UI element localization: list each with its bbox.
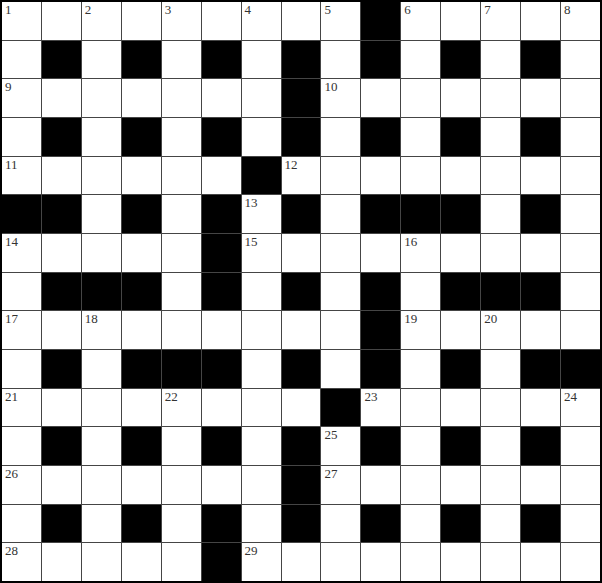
cell-r3-c12[interactable]: [481, 118, 520, 156]
cell-r7-c10[interactable]: [401, 273, 440, 311]
cell-r3-c8[interactable]: [321, 118, 360, 156]
cell-r13-c3: [122, 505, 161, 543]
cell-r14-c10[interactable]: [401, 543, 440, 581]
cell-r14-c7[interactable]: [282, 543, 321, 581]
cell-r11-c9: [361, 427, 400, 465]
cell-r3-c7: [282, 118, 321, 156]
cell-r1-c2[interactable]: [82, 41, 121, 79]
clue-number-14: 14: [5, 235, 18, 250]
clue-number-13: 13: [245, 196, 258, 211]
cell-r13-c12[interactable]: [481, 505, 520, 543]
cell-r14-c5: [202, 543, 241, 581]
cell-r6-c7[interactable]: [282, 234, 321, 272]
cell-r8-c7[interactable]: [282, 311, 321, 349]
clue-number-24: 24: [564, 390, 577, 405]
cell-r14-c13[interactable]: [521, 543, 560, 581]
cell-r10-c9[interactable]: 23: [361, 389, 400, 427]
cell-r4-c12[interactable]: [481, 157, 520, 195]
cell-r2-c13[interactable]: [521, 79, 560, 117]
cell-r5-c5: [202, 195, 241, 233]
cell-r12-c5[interactable]: [202, 466, 241, 504]
cell-r7-c0[interactable]: [2, 273, 41, 311]
cell-r12-c4[interactable]: [162, 466, 201, 504]
cell-r7-c4[interactable]: [162, 273, 201, 311]
cell-r6-c9[interactable]: [361, 234, 400, 272]
clue-number-27: 27: [324, 467, 337, 482]
cell-r6-c8[interactable]: [321, 234, 360, 272]
clue-number-4: 4: [245, 3, 252, 18]
cell-r0-c2[interactable]: 2: [82, 2, 121, 40]
cell-r1-c4[interactable]: [162, 41, 201, 79]
cell-r11-c2[interactable]: [82, 427, 121, 465]
cell-r3-c4[interactable]: [162, 118, 201, 156]
cell-r10-c7[interactable]: [282, 389, 321, 427]
cell-r9-c11: [441, 350, 480, 388]
cell-r10-c12[interactable]: [481, 389, 520, 427]
cell-r12-c3[interactable]: [122, 466, 161, 504]
cell-r11-c7: [282, 427, 321, 465]
cell-r12-c8[interactable]: 27: [321, 466, 360, 504]
cell-r14-c1[interactable]: [42, 543, 81, 581]
clue-number-29: 29: [245, 544, 258, 559]
cell-r9-c4: [162, 350, 201, 388]
cell-r2-c5[interactable]: [202, 79, 241, 117]
cell-r11-c0[interactable]: [2, 427, 41, 465]
cell-r8-c10[interactable]: 19: [401, 311, 440, 349]
cell-r5-c8[interactable]: [321, 195, 360, 233]
cell-r8-c1[interactable]: [42, 311, 81, 349]
cell-r12-c7: [282, 466, 321, 504]
cell-r8-c13[interactable]: [521, 311, 560, 349]
cell-r2-c1[interactable]: [42, 79, 81, 117]
cell-r4-c7[interactable]: 12: [282, 157, 321, 195]
cell-r1-c7: [282, 41, 321, 79]
cell-r14-c2[interactable]: [82, 543, 121, 581]
cell-r13-c13: [521, 505, 560, 543]
cell-r0-c5[interactable]: [202, 2, 241, 40]
cell-r1-c0[interactable]: [2, 41, 41, 79]
cell-r12-c13[interactable]: [521, 466, 560, 504]
clue-number-3: 3: [165, 3, 172, 18]
clue-number-17: 17: [5, 312, 18, 327]
clue-number-9: 9: [5, 80, 12, 95]
clue-number-25: 25: [324, 428, 337, 443]
cell-r9-c14: [561, 350, 600, 388]
cell-r6-c0[interactable]: 14: [2, 234, 41, 272]
cell-r1-c10[interactable]: [401, 41, 440, 79]
cell-r12-c1[interactable]: [42, 466, 81, 504]
clue-number-19: 19: [404, 312, 417, 327]
cell-r12-c0[interactable]: 26: [2, 466, 41, 504]
clue-number-8: 8: [564, 3, 571, 18]
cell-r1-c12[interactable]: [481, 41, 520, 79]
cell-r7-c8[interactable]: [321, 273, 360, 311]
cell-r7-c11: [441, 273, 480, 311]
cell-r10-c4[interactable]: 22: [162, 389, 201, 427]
cell-r13-c11: [441, 505, 480, 543]
cell-r7-c5: [202, 273, 241, 311]
clue-number-11: 11: [5, 158, 18, 173]
cell-r10-c3[interactable]: [122, 389, 161, 427]
cell-r3-c1: [42, 118, 81, 156]
cell-r2-c12[interactable]: [481, 79, 520, 117]
cell-r8-c5[interactable]: [202, 311, 241, 349]
cell-r5-c4[interactable]: [162, 195, 201, 233]
cell-r4-c9[interactable]: [361, 157, 400, 195]
cell-r0-c0[interactable]: 1: [2, 2, 41, 40]
clue-number-6: 6: [404, 3, 411, 18]
cell-r10-c5[interactable]: [202, 389, 241, 427]
cell-r1-c11: [441, 41, 480, 79]
cell-r7-c9: [361, 273, 400, 311]
cell-r5-c1: [42, 195, 81, 233]
cell-r8-c6[interactable]: [242, 311, 281, 349]
cell-r9-c5: [202, 350, 241, 388]
cell-r8-c3[interactable]: [122, 311, 161, 349]
cell-r5-c6[interactable]: 13: [242, 195, 281, 233]
cell-r13-c6[interactable]: [242, 505, 281, 543]
cell-r10-c6[interactable]: [242, 389, 281, 427]
cell-r6-c11[interactable]: [441, 234, 480, 272]
cell-r12-c9[interactable]: [361, 466, 400, 504]
cell-r12-c10[interactable]: [401, 466, 440, 504]
cell-r5-c13: [521, 195, 560, 233]
clue-number-26: 26: [5, 467, 18, 482]
cell-r13-c10[interactable]: [401, 505, 440, 543]
cell-r5-c2[interactable]: [82, 195, 121, 233]
clue-number-12: 12: [285, 158, 298, 173]
cell-r8-c14[interactable]: [561, 311, 600, 349]
cell-r3-c2[interactable]: [82, 118, 121, 156]
cell-r7-c7: [282, 273, 321, 311]
cell-r9-c12[interactable]: [481, 350, 520, 388]
cell-r7-c13: [521, 273, 560, 311]
cell-r7-c3: [122, 273, 161, 311]
cell-r8-c2[interactable]: 18: [82, 311, 121, 349]
cell-r9-c6[interactable]: [242, 350, 281, 388]
cell-r2-c6[interactable]: [242, 79, 281, 117]
cell-r9-c9: [361, 350, 400, 388]
cell-r4-c8[interactable]: [321, 157, 360, 195]
cell-r7-c6[interactable]: [242, 273, 281, 311]
cell-r11-c10[interactable]: [401, 427, 440, 465]
cell-r11-c5: [202, 427, 241, 465]
cell-r0-c9: [361, 2, 400, 40]
cell-r0-c13[interactable]: [521, 2, 560, 40]
cell-r1-c1: [42, 41, 81, 79]
cell-r5-c7: [282, 195, 321, 233]
cell-r5-c0: [2, 195, 41, 233]
clue-number-15: 15: [245, 235, 258, 250]
cell-r2-c4[interactable]: [162, 79, 201, 117]
cell-r9-c3: [122, 350, 161, 388]
cell-r8-c4[interactable]: [162, 311, 201, 349]
cell-r11-c1: [42, 427, 81, 465]
cell-r3-c5: [202, 118, 241, 156]
cell-r8-c8[interactable]: [321, 311, 360, 349]
cell-r10-c10[interactable]: [401, 389, 440, 427]
cell-r9-c0[interactable]: [2, 350, 41, 388]
cell-r1-c9: [361, 41, 400, 79]
cell-r0-c1[interactable]: [42, 2, 81, 40]
cell-r3-c0[interactable]: [2, 118, 41, 156]
clue-number-5: 5: [324, 3, 331, 18]
cell-r6-c14[interactable]: [561, 234, 600, 272]
cell-r2-c2[interactable]: [82, 79, 121, 117]
cell-r11-c14[interactable]: [561, 427, 600, 465]
clue-number-22: 22: [165, 390, 178, 405]
cell-r6-c13[interactable]: [521, 234, 560, 272]
cell-r13-c14[interactable]: [561, 505, 600, 543]
clue-number-21: 21: [5, 390, 18, 405]
cell-r8-c11[interactable]: [441, 311, 480, 349]
cell-r14-c9[interactable]: [361, 543, 400, 581]
cell-r4-c3[interactable]: [122, 157, 161, 195]
cell-r12-c6[interactable]: [242, 466, 281, 504]
clue-number-7: 7: [484, 3, 491, 18]
cell-r0-c3[interactable]: [122, 2, 161, 40]
cell-r10-c0[interactable]: 21: [2, 389, 41, 427]
cell-r6-c6[interactable]: 15: [242, 234, 281, 272]
cell-r6-c12[interactable]: [481, 234, 520, 272]
cell-r0-c8[interactable]: 5: [321, 2, 360, 40]
cell-r4-c1[interactable]: [42, 157, 81, 195]
cell-r1-c14[interactable]: [561, 41, 600, 79]
cell-r7-c12: [481, 273, 520, 311]
clue-number-2: 2: [85, 3, 92, 18]
cell-r7-c14[interactable]: [561, 273, 600, 311]
clue-number-10: 10: [324, 80, 337, 95]
cell-r13-c0[interactable]: [2, 505, 41, 543]
cell-r4-c14[interactable]: [561, 157, 600, 195]
crossword-grid: 1234567891011121314151617181920212223242…: [0, 0, 602, 583]
cell-r1-c13: [521, 41, 560, 79]
cell-r5-c9: [361, 195, 400, 233]
cell-r8-c9: [361, 311, 400, 349]
cell-r14-c3[interactable]: [122, 543, 161, 581]
cell-r3-c10[interactable]: [401, 118, 440, 156]
cell-r0-c11[interactable]: [441, 2, 480, 40]
cell-r3-c14[interactable]: [561, 118, 600, 156]
cell-r11-c8[interactable]: 25: [321, 427, 360, 465]
cell-r11-c13: [521, 427, 560, 465]
cell-r0-c7[interactable]: [282, 2, 321, 40]
cell-r5-c10: [401, 195, 440, 233]
cell-r2-c9[interactable]: [361, 79, 400, 117]
cell-r7-c1: [42, 273, 81, 311]
cell-r10-c8: [321, 389, 360, 427]
cell-r14-c4[interactable]: [162, 543, 201, 581]
cell-r1-c3: [122, 41, 161, 79]
cell-r6-c10[interactable]: 16: [401, 234, 440, 272]
cell-r12-c11[interactable]: [441, 466, 480, 504]
clue-number-28: 28: [5, 544, 18, 559]
cell-r2-c0[interactable]: 9: [2, 79, 41, 117]
cell-r11-c12[interactable]: [481, 427, 520, 465]
cell-r3-c13: [521, 118, 560, 156]
cell-r2-c3[interactable]: [122, 79, 161, 117]
cell-r8-c12[interactable]: 20: [481, 311, 520, 349]
cell-r12-c2[interactable]: [82, 466, 121, 504]
cell-r8-c0[interactable]: 17: [2, 311, 41, 349]
cell-r10-c14[interactable]: 24: [561, 389, 600, 427]
cell-r2-c14[interactable]: [561, 79, 600, 117]
cell-r13-c8[interactable]: [321, 505, 360, 543]
clue-number-18: 18: [85, 312, 98, 327]
cell-r0-c12[interactable]: 7: [481, 2, 520, 40]
cell-r10-c11[interactable]: [441, 389, 480, 427]
cell-r13-c1: [42, 505, 81, 543]
cell-r13-c5: [202, 505, 241, 543]
cell-r7-c2: [82, 273, 121, 311]
cell-r12-c14[interactable]: [561, 466, 600, 504]
cell-r3-c9: [361, 118, 400, 156]
cell-r4-c0[interactable]: 11: [2, 157, 41, 195]
cell-r2-c7: [282, 79, 321, 117]
cell-r2-c11[interactable]: [441, 79, 480, 117]
cell-r10-c1[interactable]: [42, 389, 81, 427]
cell-r0-c10[interactable]: 6: [401, 2, 440, 40]
cell-r13-c4[interactable]: [162, 505, 201, 543]
cell-r13-c2[interactable]: [82, 505, 121, 543]
cell-r6-c2[interactable]: [82, 234, 121, 272]
cell-r10-c2[interactable]: [82, 389, 121, 427]
cell-r9-c10[interactable]: [401, 350, 440, 388]
cell-r10-c13[interactable]: [521, 389, 560, 427]
cell-r9-c1: [42, 350, 81, 388]
cell-r2-c8[interactable]: 10: [321, 79, 360, 117]
cell-r6-c4[interactable]: [162, 234, 201, 272]
cell-r9-c13: [521, 350, 560, 388]
cell-r11-c6[interactable]: [242, 427, 281, 465]
cell-r4-c6: [242, 157, 281, 195]
cell-r3-c3: [122, 118, 161, 156]
cell-r9-c2[interactable]: [82, 350, 121, 388]
cell-r13-c7: [282, 505, 321, 543]
cell-r1-c5: [202, 41, 241, 79]
cell-r9-c7: [282, 350, 321, 388]
cell-r3-c11: [441, 118, 480, 156]
cell-r5-c12[interactable]: [481, 195, 520, 233]
cell-r9-c8[interactable]: [321, 350, 360, 388]
clue-number-23: 23: [364, 390, 377, 405]
cell-r3-c6[interactable]: [242, 118, 281, 156]
cell-r14-c6[interactable]: 29: [242, 543, 281, 581]
cell-r4-c4[interactable]: [162, 157, 201, 195]
cell-r0-c6[interactable]: 4: [242, 2, 281, 40]
clue-number-1: 1: [5, 3, 12, 18]
cell-r14-c0[interactable]: 28: [2, 543, 41, 581]
cell-r12-c12[interactable]: [481, 466, 520, 504]
cell-r4-c13[interactable]: [521, 157, 560, 195]
cell-r1-c8[interactable]: [321, 41, 360, 79]
cell-r4-c11[interactable]: [441, 157, 480, 195]
cell-r2-c10[interactable]: [401, 79, 440, 117]
cell-r6-c1[interactable]: [42, 234, 81, 272]
cell-r5-c3: [122, 195, 161, 233]
clue-number-16: 16: [404, 235, 417, 250]
clue-number-20: 20: [484, 312, 497, 327]
cell-r5-c14[interactable]: [561, 195, 600, 233]
cell-r1-c6[interactable]: [242, 41, 281, 79]
cell-r11-c4[interactable]: [162, 427, 201, 465]
cell-r11-c11: [441, 427, 480, 465]
cell-r0-c14[interactable]: 8: [561, 2, 600, 40]
cell-r14-c11[interactable]: [441, 543, 480, 581]
cell-r4-c2[interactable]: [82, 157, 121, 195]
cell-r11-c3: [122, 427, 161, 465]
cell-r14-c12[interactable]: [481, 543, 520, 581]
cell-r0-c4[interactable]: 3: [162, 2, 201, 40]
cell-r5-c11: [441, 195, 480, 233]
cell-r13-c9: [361, 505, 400, 543]
cell-r14-c14[interactable]: [561, 543, 600, 581]
cell-r6-c5: [202, 234, 241, 272]
cell-r14-c8[interactable]: [321, 543, 360, 581]
cell-r4-c5[interactable]: [202, 157, 241, 195]
cell-r4-c10[interactable]: [401, 157, 440, 195]
cell-r6-c3[interactable]: [122, 234, 161, 272]
